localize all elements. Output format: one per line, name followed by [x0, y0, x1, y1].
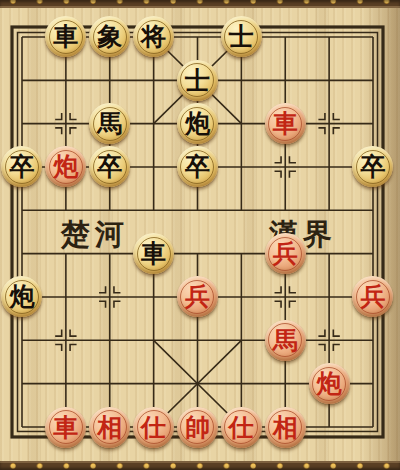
- piece-black-soldier[interactable]: 卒: [89, 146, 130, 187]
- piece-black-chariot[interactable]: 車: [133, 233, 174, 274]
- piece-label: 卒: [97, 154, 122, 179]
- piece-black-advisor[interactable]: 士: [221, 16, 262, 57]
- piece-label: 兵: [185, 284, 210, 309]
- piece-black-cannon[interactable]: 炮: [177, 103, 218, 144]
- piece-black-soldier[interactable]: 卒: [1, 146, 42, 187]
- piece-label: 相: [97, 414, 122, 439]
- piece-red-soldier[interactable]: 兵: [265, 233, 306, 274]
- piece-red-advisor[interactable]: 仕: [133, 407, 174, 448]
- piece-black-soldier[interactable]: 卒: [177, 146, 218, 187]
- piece-black-horse[interactable]: 馬: [89, 103, 130, 144]
- piece-label: 将: [141, 24, 166, 49]
- piece-label: 馬: [273, 327, 298, 352]
- piece-label: 馬: [97, 111, 122, 136]
- piece-label: 車: [53, 24, 78, 49]
- piece-label: 卒: [360, 154, 385, 179]
- piece-label: 車: [141, 241, 166, 266]
- piece-red-elephant[interactable]: 相: [89, 407, 130, 448]
- piece-black-elephant[interactable]: 象: [89, 16, 130, 57]
- piece-red-chariot[interactable]: 車: [45, 407, 86, 448]
- piece-label: 士: [185, 67, 210, 92]
- piece-label: 兵: [273, 241, 298, 266]
- piece-label: 卒: [185, 154, 210, 179]
- piece-black-chariot[interactable]: 車: [45, 16, 86, 57]
- piece-black-general[interactable]: 将: [133, 16, 174, 57]
- piece-black-cannon[interactable]: 炮: [1, 276, 42, 317]
- piece-black-soldier[interactable]: 卒: [352, 146, 393, 187]
- piece-red-advisor[interactable]: 仕: [221, 407, 262, 448]
- piece-red-cannon[interactable]: 炮: [309, 363, 350, 404]
- piece-label: 炮: [9, 284, 34, 309]
- piece-label: 相: [273, 414, 298, 439]
- piece-label: 炮: [185, 111, 210, 136]
- piece-red-cannon[interactable]: 炮: [45, 146, 86, 187]
- piece-red-general[interactable]: 帥: [177, 407, 218, 448]
- piece-label: 士: [229, 24, 254, 49]
- piece-label: 卒: [9, 154, 34, 179]
- piece-label: 車: [273, 111, 298, 136]
- piece-label: 炮: [53, 154, 78, 179]
- piece-label: 兵: [360, 284, 385, 309]
- xiangqi-board: 楚河 漢界 車象将士士馬炮車卒炮卒卒卒車兵炮兵兵馬炮車相仕帥仕相: [0, 0, 400, 470]
- piece-label: 仕: [229, 414, 254, 439]
- piece-black-advisor[interactable]: 士: [177, 60, 218, 101]
- piece-label: 仕: [141, 414, 166, 439]
- piece-label: 炮: [317, 371, 342, 396]
- piece-label: 象: [97, 24, 122, 49]
- bottom-rail: [0, 461, 400, 470]
- piece-label: 帥: [185, 414, 210, 439]
- piece-red-soldier[interactable]: 兵: [177, 276, 218, 317]
- piece-label: 車: [53, 414, 78, 439]
- piece-red-elephant[interactable]: 相: [265, 407, 306, 448]
- piece-red-horse[interactable]: 馬: [265, 320, 306, 361]
- piece-red-soldier[interactable]: 兵: [352, 276, 393, 317]
- pieces-grid: 車象将士士馬炮車卒炮卒卒卒車兵炮兵兵馬炮車相仕帥仕相: [0, 15, 395, 448]
- piece-red-chariot[interactable]: 車: [265, 103, 306, 144]
